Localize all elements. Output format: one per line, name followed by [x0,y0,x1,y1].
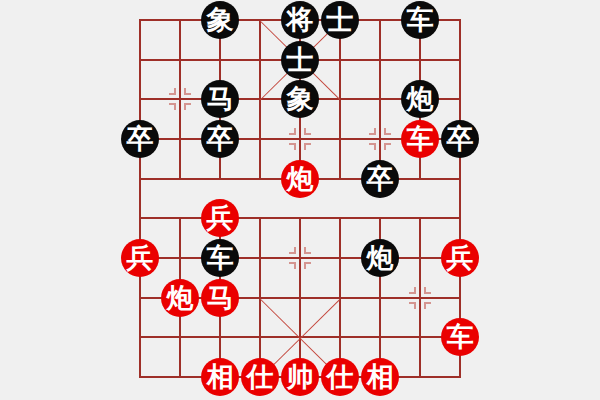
piece-red-cannon[interactable]: 炮 [161,279,199,317]
piece-red-general[interactable]: 帅 [281,358,319,396]
point-marker [424,302,431,309]
point-marker [289,247,296,254]
piece-black-advisor[interactable]: 士 [281,41,319,79]
piece-black-chariot[interactable]: 车 [201,239,239,277]
piece-black-soldier[interactable]: 卒 [361,160,399,198]
piece-red-soldier[interactable]: 兵 [201,199,239,237]
piece-black-chariot[interactable]: 车 [401,1,439,39]
piece-black-soldier[interactable]: 卒 [121,120,159,158]
piece-red-elephant[interactable]: 相 [201,358,239,396]
piece-black-cannon[interactable]: 炮 [401,80,439,118]
grid-line [299,217,301,378]
piece-black-advisor[interactable]: 士 [321,1,359,39]
point-marker [369,143,376,150]
piece-red-cannon[interactable]: 炮 [281,160,319,198]
piece-black-cannon[interactable]: 炮 [361,239,399,277]
grid-line [379,19,381,180]
piece-black-general[interactable]: 将 [281,1,319,39]
point-marker [289,143,296,150]
piece-black-elephant[interactable]: 象 [281,80,319,118]
xiangqi-board: 象将士车士马象炮卒卒车卒炮卒兵兵车炮兵炮马车相仕帅仕相 [0,0,600,400]
piece-red-elephant[interactable]: 相 [361,358,399,396]
grid-line [179,19,181,180]
piece-black-soldier[interactable]: 卒 [441,120,479,158]
piece-red-advisor[interactable]: 仕 [241,358,279,396]
piece-red-advisor[interactable]: 仕 [321,358,359,396]
point-marker [289,128,296,135]
point-marker [409,302,416,309]
grid-line [139,19,141,378]
piece-red-soldier[interactable]: 兵 [441,239,479,277]
point-marker [289,262,296,269]
piece-red-horse[interactable]: 马 [201,279,239,317]
point-marker [169,88,176,95]
piece-black-horse[interactable]: 马 [201,80,239,118]
point-marker [369,128,376,135]
point-marker [304,143,311,150]
point-marker [184,103,191,110]
piece-red-chariot[interactable]: 车 [401,120,439,158]
point-marker [184,88,191,95]
piece-red-soldier[interactable]: 兵 [121,239,159,277]
point-marker [304,128,311,135]
piece-black-soldier[interactable]: 卒 [201,120,239,158]
point-marker [169,103,176,110]
point-marker [384,128,391,135]
piece-red-chariot[interactable]: 车 [441,318,479,356]
point-marker [384,143,391,150]
point-marker [304,247,311,254]
point-marker [409,287,416,294]
point-marker [304,262,311,269]
grid-line [419,217,421,378]
piece-black-elephant[interactable]: 象 [201,1,239,39]
point-marker [424,287,431,294]
